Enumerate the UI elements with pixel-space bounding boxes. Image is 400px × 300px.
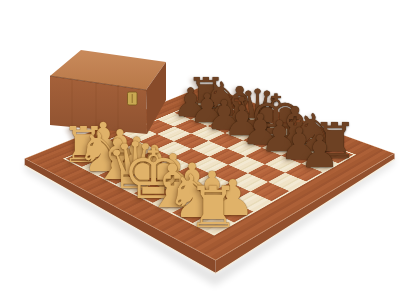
board-edge-white-line-right (216, 159, 395, 273)
product-photo-scene: ♜♞♝♛♚♝♞♜♟♟♟♟♟♟♟♟♟♟♟♟♟♟♟♟♜♞♝♛♚♝♞♜ (0, 0, 400, 300)
wooden-storage-box (50, 50, 166, 134)
board-and-box-overlay (0, 0, 400, 300)
board-edge-bevel-left (25, 159, 216, 274)
board-edge-white-line-left (25, 166, 216, 274)
board-edge-bevel-right (216, 153, 395, 273)
